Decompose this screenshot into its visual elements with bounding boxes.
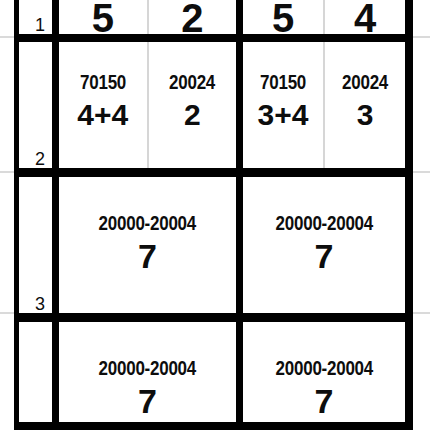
cell-r2-pair-left: 70150 4+4 20024 2 (59, 42, 236, 168)
cell-r2c4-code: 20024 (342, 72, 388, 92)
row-label-3: 3 (35, 295, 45, 313)
cell-r3-merged-left: 20000-20004 7 (59, 177, 236, 313)
row-label-cell-1: 1 (19, 0, 52, 34)
cell-r1-pair-left: 5 2 (59, 0, 236, 34)
cell-r4c2-code: 20000-20004 (275, 358, 372, 378)
cell-r4-merged-right: 20000-20004 7 (243, 322, 405, 422)
spreadsheet-canvas: 1 5 2 5 4 2 70150 4+4 (0, 0, 430, 430)
cell-r2-pair-right: 70150 3+4 20024 3 (243, 42, 405, 168)
cell-r4c1-code: 20000-20004 (99, 358, 196, 378)
cell-r2c4: 20024 3 (325, 42, 405, 168)
cell-r2c1: 70150 4+4 (59, 42, 147, 168)
cell-r2c3-value: 3+4 (258, 100, 309, 130)
row-label-cell-3: 3 (19, 177, 52, 313)
cell-r2c1-value: 4+4 (77, 100, 128, 130)
cell-r4c2-value: 7 (315, 384, 334, 418)
cell-r3-merged-right: 20000-20004 7 (243, 177, 405, 313)
cell-r2c1-code: 70150 (80, 72, 126, 92)
cell-r3c2-value: 7 (315, 239, 334, 273)
cell-r2c3: 70150 3+4 (243, 42, 323, 168)
cell-r1c2-value: 2 (149, 0, 237, 34)
cell-r3c2-code: 20000-20004 (275, 213, 372, 233)
cell-r1c2: 2 (149, 0, 237, 34)
cell-r3c1-value: 7 (138, 239, 157, 273)
cell-r1c3-value: 5 (243, 0, 323, 34)
row-label-cell-2: 2 (19, 42, 52, 168)
row-label-1: 1 (35, 16, 45, 34)
cell-r1-pair-right: 5 4 (243, 0, 405, 34)
row-label-2: 2 (35, 150, 45, 168)
cell-r1c1: 5 (59, 0, 147, 34)
cell-r2c2-code: 20024 (169, 72, 215, 92)
cell-r1c4: 4 (325, 0, 405, 34)
cell-r4-merged-left: 20000-20004 7 (59, 322, 236, 422)
table-grid: 1 5 2 5 4 2 70150 4+4 (14, 0, 413, 430)
cell-r1c3: 5 (243, 0, 323, 34)
cell-r1c4-value: 4 (325, 0, 405, 34)
cell-r3c1-code: 20000-20004 (99, 213, 196, 233)
cell-r2c4-value: 3 (357, 100, 374, 130)
cell-r1c1-value: 5 (59, 0, 147, 34)
cell-r2c2: 20024 2 (149, 42, 237, 168)
cell-r2c3-code: 70150 (260, 72, 306, 92)
cell-r4c1-value: 7 (138, 384, 157, 418)
cell-r2c2-value: 2 (184, 100, 201, 130)
row-label-cell-4 (19, 322, 52, 422)
